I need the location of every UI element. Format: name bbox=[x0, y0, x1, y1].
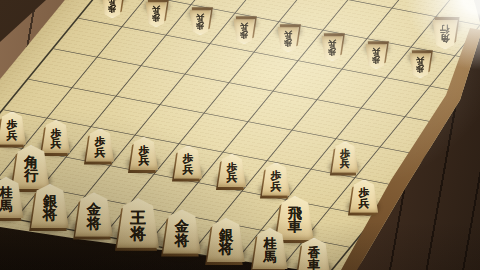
piece-kanji-char: 将 bbox=[175, 234, 189, 248]
shogi-piece-pawn[interactable]: 歩兵 bbox=[233, 19, 255, 44]
piece-kanji: 桂馬 bbox=[0, 177, 24, 218]
piece-kanji: 歩兵 bbox=[189, 10, 211, 35]
piece-kanji-char: 行 bbox=[24, 169, 38, 183]
piece-kanji: 角行 bbox=[432, 20, 458, 50]
shogi-piece-pawn[interactable]: 歩兵 bbox=[101, 0, 123, 19]
piece-kanji-char: 兵 bbox=[340, 159, 350, 169]
shogi-piece-pawn[interactable]: 歩兵 bbox=[349, 180, 378, 213]
piece-kanji-char: 将 bbox=[219, 242, 233, 256]
piece-kanji-char: 馬 bbox=[263, 251, 276, 264]
piece-kanji-char: 兵 bbox=[139, 155, 150, 165]
piece-kanji: 歩兵 bbox=[85, 129, 114, 162]
piece-kanji: 歩兵 bbox=[409, 53, 431, 78]
shogi-piece-pawn[interactable]: 歩兵 bbox=[217, 154, 246, 187]
piece-kanji-char: 兵 bbox=[240, 22, 248, 30]
piece-kanji: 歩兵 bbox=[321, 36, 343, 61]
piece-kanji: 歩兵 bbox=[349, 180, 378, 213]
piece-kanji-char: 兵 bbox=[183, 164, 194, 174]
piece-kanji-char: 将 bbox=[43, 208, 57, 222]
piece-kanji: 歩兵 bbox=[331, 142, 359, 173]
piece-kanji-char: 兵 bbox=[328, 39, 336, 47]
piece-kanji-char: 将 bbox=[87, 217, 101, 231]
piece-kanji-char: 兵 bbox=[372, 48, 380, 56]
shogi-piece-pawn[interactable]: 歩兵 bbox=[365, 44, 387, 69]
shogi-piece-pawn[interactable]: 歩兵 bbox=[277, 27, 299, 52]
pieces-layer: 角行歩兵歩兵歩兵歩兵歩兵歩兵歩兵歩兵歩兵歩兵歩兵歩兵歩兵歩兵歩兵歩兵歩兵角行飛車… bbox=[0, 0, 480, 270]
piece-kanji: 銀将 bbox=[206, 218, 245, 262]
shogi-piece-pawn[interactable]: 歩兵 bbox=[331, 142, 359, 173]
piece-kanji-char: 兵 bbox=[416, 56, 424, 64]
piece-kanji-char: 兵 bbox=[108, 0, 116, 5]
piece-kanji: 金将 bbox=[162, 209, 201, 253]
piece-kanji-char: 兵 bbox=[359, 198, 370, 208]
shogi-piece-pawn[interactable]: 歩兵 bbox=[145, 2, 167, 27]
piece-kanji-char: 将 bbox=[130, 226, 146, 241]
piece-kanji-char: 角 bbox=[440, 33, 449, 42]
piece-kanji: 歩兵 bbox=[277, 27, 299, 52]
shogi-photo-scene: 角行歩兵歩兵歩兵歩兵歩兵歩兵歩兵歩兵歩兵歩兵歩兵歩兵歩兵歩兵歩兵歩兵歩兵角行飛車… bbox=[0, 0, 480, 270]
piece-kanji: 銀将 bbox=[30, 184, 69, 228]
shogi-piece-bishop[interactable]: 角行 bbox=[432, 20, 458, 50]
shogi-piece-pawn[interactable]: 歩兵 bbox=[85, 129, 114, 162]
shogi-piece-gold[interactable]: 金将 bbox=[162, 209, 201, 253]
shogi-piece-pawn[interactable]: 歩兵 bbox=[0, 112, 27, 145]
piece-kanji: 歩兵 bbox=[0, 112, 27, 145]
piece-kanji: 香車 bbox=[297, 238, 331, 270]
piece-kanji-char: 兵 bbox=[284, 31, 292, 39]
shogi-piece-silver[interactable]: 銀将 bbox=[30, 184, 69, 228]
shogi-piece-knight[interactable]: 桂馬 bbox=[252, 228, 288, 269]
piece-kanji: 歩兵 bbox=[233, 19, 255, 44]
shogi-piece-pawn[interactable]: 歩兵 bbox=[189, 10, 211, 35]
piece-kanji: 歩兵 bbox=[145, 2, 167, 27]
piece-kanji-char: 車 bbox=[308, 259, 320, 270]
piece-kanji-char: 兵 bbox=[7, 130, 18, 140]
shogi-piece-gold[interactable]: 金将 bbox=[74, 192, 113, 236]
piece-kanji: 歩兵 bbox=[173, 146, 202, 179]
piece-kanji-char: 兵 bbox=[271, 181, 282, 191]
piece-kanji-char: 兵 bbox=[152, 5, 160, 13]
piece-kanji-char: 車 bbox=[288, 220, 302, 234]
piece-kanji: 歩兵 bbox=[261, 163, 290, 196]
shogi-piece-pawn[interactable]: 歩兵 bbox=[409, 53, 431, 78]
piece-kanji-char: 兵 bbox=[196, 14, 204, 22]
shogi-piece-pawn[interactable]: 歩兵 bbox=[261, 163, 290, 196]
piece-kanji: 歩兵 bbox=[129, 137, 158, 170]
shogi-piece-lance[interactable]: 香車 bbox=[297, 238, 331, 270]
shogi-piece-knight[interactable]: 桂馬 bbox=[0, 177, 24, 218]
piece-kanji-char: 兵 bbox=[51, 138, 62, 148]
piece-kanji: 歩兵 bbox=[365, 44, 387, 69]
piece-kanji: 歩兵 bbox=[101, 0, 123, 19]
shogi-piece-king[interactable]: 王将 bbox=[116, 198, 160, 247]
piece-kanji: 桂馬 bbox=[252, 228, 288, 269]
shogi-piece-silver[interactable]: 銀将 bbox=[206, 218, 245, 262]
shogi-piece-pawn[interactable]: 歩兵 bbox=[173, 146, 202, 179]
piece-kanji-char: 兵 bbox=[95, 147, 106, 157]
shogi-piece-pawn[interactable]: 歩兵 bbox=[129, 137, 158, 170]
piece-kanji-char: 兵 bbox=[227, 172, 238, 182]
piece-kanji-char: 行 bbox=[440, 24, 449, 33]
piece-kanji: 金将 bbox=[74, 192, 113, 236]
piece-kanji-char: 馬 bbox=[0, 200, 13, 213]
piece-kanji: 歩兵 bbox=[217, 154, 246, 187]
piece-kanji: 王将 bbox=[116, 198, 160, 247]
shogi-piece-pawn[interactable]: 歩兵 bbox=[321, 36, 343, 61]
